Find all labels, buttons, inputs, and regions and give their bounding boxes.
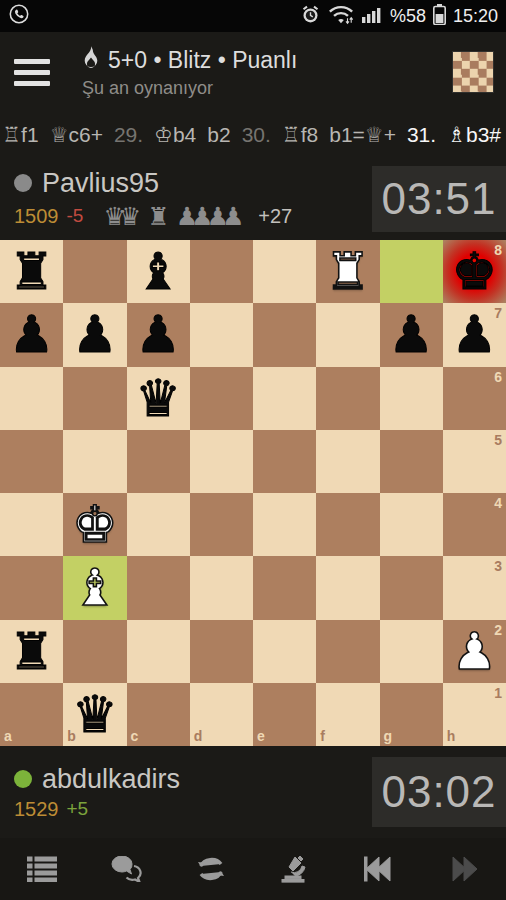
player-name-bottom[interactable]: abdulkadirs [42,764,180,795]
piece-black-bishop: ♝ [127,240,190,303]
coord-file-c: c [131,729,139,743]
square-f5[interactable] [316,430,379,493]
square-h2[interactable]: ♟2 [443,620,506,683]
square-a7[interactable]: ♟ [0,303,63,366]
clock-top: 03:51 [372,166,506,232]
square-d6[interactable] [190,367,253,430]
rating-diff-top: -5 [67,205,84,227]
piece-black-pawn: ♟ [63,303,126,366]
coord-file-h: h [447,729,456,743]
menu-button[interactable] [0,59,64,86]
coord-file-e: e [257,729,265,743]
move-token[interactable]: ♗b3# [447,123,501,147]
player-panel-top: Pavlius95 1509 -5 ♛♛♜♟♟♟♟ +27 03:51 [0,158,506,240]
square-b2[interactable] [63,620,126,683]
square-g3[interactable] [380,556,443,619]
move-token[interactable]: ♕c6+ [50,123,103,147]
square-a3[interactable] [0,556,63,619]
piece-black-pawn: ♟ [0,303,63,366]
presence-dot-bottom [14,770,32,788]
square-g6[interactable] [380,367,443,430]
square-d7[interactable] [190,303,253,366]
wifi-icon [328,4,354,29]
coord-rank-7: 7 [494,306,502,320]
square-d5[interactable] [190,430,253,493]
signal-icon [361,4,383,28]
square-e6[interactable] [253,367,316,430]
game-meta: 5+0 • Blitz • Puanlı Şu an oynanıyor [82,46,297,99]
square-a5[interactable] [0,430,63,493]
battery-percent: %58 [390,6,426,27]
piece-black-rook: ♜ [0,240,63,303]
move-number: 30. [242,123,271,147]
blitz-flame-icon [82,46,100,76]
square-e8[interactable] [253,240,316,303]
square-f1[interactable]: f [316,683,379,746]
square-c8[interactable]: ♝ [127,240,190,303]
square-h1[interactable]: 1h [443,683,506,746]
square-d3[interactable] [190,556,253,619]
coord-rank-8: 8 [494,243,502,257]
square-c7[interactable]: ♟ [127,303,190,366]
square-f6[interactable] [316,367,379,430]
square-e2[interactable] [253,620,316,683]
square-b8[interactable] [63,240,126,303]
move-token[interactable]: b2 [207,123,230,147]
material-advantage: +27 [258,205,292,228]
clock-bottom: 03:02 [372,757,506,827]
square-h7[interactable]: ♟7 [443,303,506,366]
move-token[interactable]: 31. [407,123,436,147]
piece-white-rook: ♜ [316,240,379,303]
square-g2[interactable] [380,620,443,683]
chess-board: ♜♝♜♚8♟♟♟♟♟7♛65♚4♝3♜♟2a♛bcdefg1h [0,240,506,746]
coord-file-f: f [320,729,325,743]
battery-icon [433,4,446,29]
move-number: 29. [114,123,143,147]
square-c3[interactable] [127,556,190,619]
square-h5[interactable]: 5 [443,430,506,493]
square-b4[interactable]: ♚ [63,493,126,556]
coord-file-d: d [194,729,203,743]
captured-p-group: ♟♟♟♟ [176,202,238,231]
player-name-top[interactable]: Pavlius95 [42,168,159,199]
coord-file-g: g [384,729,393,743]
square-c6[interactable]: ♛ [127,367,190,430]
rating-top: 1509 [14,205,59,228]
move-token[interactable]: b1=♕+ [329,123,396,147]
captured-q-group: ♛♛ [103,202,134,231]
square-f4[interactable] [316,493,379,556]
square-e4[interactable] [253,493,316,556]
coord-rank-5: 5 [494,433,502,447]
square-c1[interactable]: c [127,683,190,746]
square-d8[interactable] [190,240,253,303]
piece-black-pawn: ♟ [127,303,190,366]
square-g7[interactable]: ♟ [380,303,443,366]
move-token[interactable]: ♔b4 [154,123,196,147]
square-d4[interactable] [190,493,253,556]
rating-bottom: 1529 [14,798,59,821]
captured-pieces: ♛♛♜♟♟♟♟ [103,202,250,231]
coord-rank-6: 6 [494,370,502,384]
square-h4[interactable]: 4 [443,493,506,556]
square-d2[interactable] [190,620,253,683]
analysis-microscope-button[interactable] [253,838,337,900]
player-panel-bottom: abdulkadirs 1529 +5 03:02 [0,746,506,838]
piece-black-rook: ♜ [0,620,63,683]
square-c2[interactable] [127,620,190,683]
square-f2[interactable] [316,620,379,683]
whatsapp-icon [8,3,30,29]
square-g4[interactable] [380,493,443,556]
square-e5[interactable] [253,430,316,493]
piece-black-pawn: ♟ [380,303,443,366]
backward-button[interactable] [337,838,421,900]
square-e3[interactable] [253,556,316,619]
square-b5[interactable] [63,430,126,493]
square-g5[interactable] [380,430,443,493]
square-e1[interactable]: e [253,683,316,746]
presence-dot-top [14,174,32,192]
coord-rank-1: 1 [494,686,502,700]
coord-rank-4: 4 [494,496,502,510]
status-bar: %58 15:20 [0,0,506,32]
coord-rank-2: 2 [494,623,502,637]
game-status-text: Şu an oynanıyor [82,78,297,99]
square-b7[interactable]: ♟ [63,303,126,366]
square-a8[interactable]: ♜ [0,240,63,303]
square-f3[interactable] [316,556,379,619]
chat-button[interactable] [84,838,168,900]
square-h8[interactable]: ♚8 [443,240,506,303]
coord-file-a: a [4,729,12,743]
rating-diff-bottom: +5 [67,798,89,820]
square-f8[interactable]: ♜ [316,240,379,303]
alarm-icon [300,4,321,29]
square-g1[interactable]: g [380,683,443,746]
square-a2[interactable]: ♜ [0,620,63,683]
forward-button[interactable] [422,838,506,900]
square-f7[interactable] [316,303,379,366]
coord-rank-3: 3 [494,559,502,573]
square-a4[interactable] [0,493,63,556]
piece-black-queen: ♛ [127,367,190,430]
game-title: 5+0 • Blitz • Puanlı [108,47,297,74]
square-a1[interactable]: a [0,683,63,746]
piece-white-bishop: ♝ [63,556,126,619]
coord-file-b: b [67,729,76,743]
square-c4[interactable] [127,493,190,556]
square-b1[interactable]: ♛b [63,683,126,746]
square-d1[interactable]: d [190,683,253,746]
flip-board-button[interactable] [169,838,253,900]
captured-r-group: ♜ [147,202,162,231]
square-b6[interactable] [63,367,126,430]
move-token[interactable]: ♖f8 [282,123,318,147]
square-e7[interactable] [253,303,316,366]
status-time: 15:20 [453,6,498,27]
move-token[interactable]: ♖f1 [2,123,38,147]
square-h3[interactable]: 3 [443,556,506,619]
square-c5[interactable] [127,430,190,493]
square-b3[interactable]: ♝ [63,556,126,619]
board-thumbnail-button[interactable] [452,51,494,93]
square-h6[interactable]: 6 [443,367,506,430]
square-a6[interactable] [0,367,63,430]
moves-list-button[interactable] [0,838,84,900]
move-list[interactable]: 5cxb328.♖f1♕c6+29.♔b4b230.♖f8b1=♕+31.♗b3… [0,112,506,158]
square-g8[interactable] [380,240,443,303]
bottom-toolbar [0,838,506,900]
app-header: 5+0 • Blitz • Puanlı Şu an oynanıyor [0,32,506,112]
piece-white-king: ♚ [63,493,126,556]
